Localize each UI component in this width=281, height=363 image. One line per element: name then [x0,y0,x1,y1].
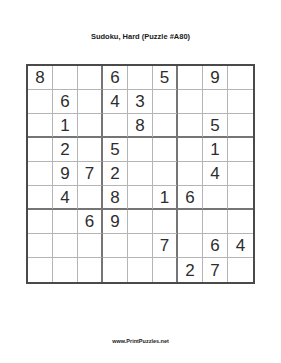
sudoku-cell-r7c3[interactable]: 6 [78,210,103,234]
sudoku-cell-r2c1[interactable] [28,90,53,114]
sudoku-cell-r2c9[interactable] [228,90,253,114]
sudoku-cell-r5c6[interactable] [153,162,178,186]
sudoku-cell-r5c3[interactable]: 7 [78,162,103,186]
sudoku-cell-r9c5[interactable] [128,258,153,282]
sudoku-cell-r3c4[interactable] [103,114,128,138]
sudoku-cell-r9c3[interactable] [78,258,103,282]
sudoku-cell-r1c7[interactable] [178,66,203,90]
sudoku-cell-r3c7[interactable] [178,114,203,138]
sudoku-cell-r1c1[interactable]: 8 [28,66,53,90]
sudoku-cell-r9c2[interactable] [53,258,78,282]
sudoku-cell-r7c2[interactable] [53,210,78,234]
sudoku-cell-r4c3[interactable] [78,138,103,162]
sudoku-cell-r3c6[interactable] [153,114,178,138]
sudoku-cell-r8c8[interactable]: 6 [203,234,228,258]
sudoku-cell-r6c6[interactable]: 1 [153,186,178,210]
puzzle-page: Sudoku, Hard (Puzzle #A80) 8659643185251… [0,0,281,363]
sudoku-cell-r7c6[interactable] [153,210,178,234]
sudoku-cell-r9c7[interactable]: 2 [178,258,203,282]
sudoku-grid: 8659643185251972448166976427 [26,64,255,284]
sudoku-cell-r1c5[interactable] [128,66,153,90]
sudoku-cell-r3c9[interactable] [228,114,253,138]
sudoku-cell-r9c4[interactable] [103,258,128,282]
sudoku-cell-r4c2[interactable]: 2 [53,138,78,162]
sudoku-cell-r6c1[interactable] [28,186,53,210]
sudoku-cell-r7c5[interactable] [128,210,153,234]
sudoku-cell-r4c5[interactable] [128,138,153,162]
sudoku-cell-r6c5[interactable] [128,186,153,210]
sudoku-cell-r1c6[interactable]: 5 [153,66,178,90]
sudoku-cell-r4c1[interactable] [28,138,53,162]
sudoku-cell-r7c7[interactable] [178,210,203,234]
sudoku-cell-r5c7[interactable] [178,162,203,186]
sudoku-cell-r6c8[interactable] [203,186,228,210]
sudoku-cell-r9c6[interactable] [153,258,178,282]
sudoku-cell-r8c7[interactable] [178,234,203,258]
sudoku-cell-r1c8[interactable]: 9 [203,66,228,90]
sudoku-cell-r7c9[interactable] [228,210,253,234]
sudoku-cell-r1c9[interactable] [228,66,253,90]
sudoku-cell-r1c3[interactable] [78,66,103,90]
sudoku-cell-r3c2[interactable]: 1 [53,114,78,138]
sudoku-cell-r8c3[interactable] [78,234,103,258]
sudoku-cell-r8c5[interactable] [128,234,153,258]
sudoku-cell-r9c1[interactable] [28,258,53,282]
sudoku-cell-r9c9[interactable] [228,258,253,282]
sudoku-cell-r7c4[interactable]: 9 [103,210,128,234]
sudoku-cell-r6c9[interactable] [228,186,253,210]
sudoku-cell-r5c2[interactable]: 9 [53,162,78,186]
sudoku-cell-r5c8[interactable]: 4 [203,162,228,186]
sudoku-cell-r1c2[interactable] [53,66,78,90]
sudoku-cell-r8c1[interactable] [28,234,53,258]
footer-url: www.PrintPuzzles.net [0,338,281,344]
sudoku-cell-r8c6[interactable]: 7 [153,234,178,258]
sudoku-cell-r8c9[interactable]: 4 [228,234,253,258]
sudoku-cell-r4c9[interactable] [228,138,253,162]
sudoku-cell-r4c4[interactable]: 5 [103,138,128,162]
page-title: Sudoku, Hard (Puzzle #A80) [0,32,281,41]
sudoku-cell-r4c7[interactable] [178,138,203,162]
sudoku-cell-r2c6[interactable] [153,90,178,114]
sudoku-cell-r2c5[interactable]: 3 [128,90,153,114]
sudoku-cell-r4c8[interactable]: 1 [203,138,228,162]
sudoku-cell-r6c4[interactable]: 8 [103,186,128,210]
sudoku-cell-r4c6[interactable] [153,138,178,162]
sudoku-cell-r8c4[interactable] [103,234,128,258]
sudoku-cell-r6c3[interactable] [78,186,103,210]
sudoku-cell-r5c5[interactable] [128,162,153,186]
sudoku-cell-r3c5[interactable]: 8 [128,114,153,138]
sudoku-cell-r5c4[interactable]: 2 [103,162,128,186]
sudoku-cell-r9c8[interactable]: 7 [203,258,228,282]
sudoku-cell-r2c3[interactable] [78,90,103,114]
sudoku-cell-r8c2[interactable] [53,234,78,258]
sudoku-cell-r5c1[interactable] [28,162,53,186]
sudoku-cell-r2c8[interactable] [203,90,228,114]
sudoku-cell-r2c4[interactable]: 4 [103,90,128,114]
sudoku-cell-r2c2[interactable]: 6 [53,90,78,114]
sudoku-cell-r2c7[interactable] [178,90,203,114]
sudoku-cell-r3c3[interactable] [78,114,103,138]
sudoku-cell-r3c8[interactable]: 5 [203,114,228,138]
sudoku-cell-r5c9[interactable] [228,162,253,186]
sudoku-cell-r7c8[interactable] [203,210,228,234]
sudoku-cell-r1c4[interactable]: 6 [103,66,128,90]
sudoku-cell-r3c1[interactable] [28,114,53,138]
sudoku-cell-r7c1[interactable] [28,210,53,234]
sudoku-cell-r6c7[interactable]: 6 [178,186,203,210]
sudoku-cell-r6c2[interactable]: 4 [53,186,78,210]
